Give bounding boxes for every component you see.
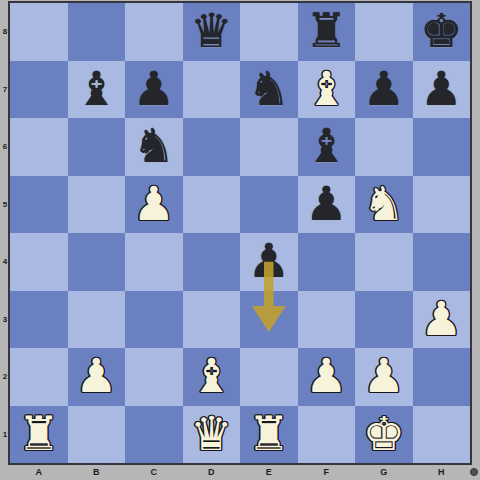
square-g6[interactable] — [355, 118, 413, 176]
square-b2[interactable]: ♟ — [68, 348, 126, 406]
square-g7[interactable]: ♟ — [355, 61, 413, 119]
square-h8[interactable]: ♚ — [413, 3, 471, 61]
piece-white-bishop[interactable]: ♝ — [305, 65, 347, 112]
piece-white-pawn[interactable]: ♟ — [420, 295, 462, 342]
square-d1[interactable]: ♛ — [183, 406, 241, 464]
square-c4[interactable] — [125, 233, 183, 291]
square-a1[interactable]: ♜ — [10, 406, 68, 464]
piece-white-pawn[interactable]: ♟ — [305, 352, 347, 399]
square-b4[interactable] — [68, 233, 126, 291]
square-h7[interactable]: ♟ — [413, 61, 471, 119]
piece-black-pawn[interactable]: ♟ — [363, 65, 405, 112]
chess-board: ♛♜♚♝♟♞♝♟♟♞♝♟♟♞♟♟♟♝♟♟♜♛♜♚ — [10, 3, 470, 463]
piece-black-pawn[interactable]: ♟ — [420, 65, 462, 112]
square-e8[interactable] — [240, 3, 298, 61]
square-e6[interactable] — [240, 118, 298, 176]
square-c1[interactable] — [125, 406, 183, 464]
square-c3[interactable] — [125, 291, 183, 349]
square-h2[interactable] — [413, 348, 471, 406]
square-f6[interactable]: ♝ — [298, 118, 356, 176]
square-d5[interactable] — [183, 176, 241, 234]
piece-black-pawn[interactable]: ♟ — [133, 65, 175, 112]
piece-black-bishop[interactable]: ♝ — [305, 122, 347, 169]
square-a5[interactable] — [10, 176, 68, 234]
rank-label-4: 4 — [0, 233, 10, 291]
square-b5[interactable] — [68, 176, 126, 234]
piece-black-pawn[interactable]: ♟ — [305, 180, 347, 227]
rank-labels: 87654321 — [0, 3, 10, 463]
file-label-a: A — [10, 463, 68, 480]
piece-black-bishop[interactable]: ♝ — [75, 65, 117, 112]
square-b8[interactable] — [68, 3, 126, 61]
rank-label-7: 7 — [0, 61, 10, 119]
piece-black-knight[interactable]: ♞ — [248, 65, 290, 112]
square-e3[interactable] — [240, 291, 298, 349]
square-e7[interactable]: ♞ — [240, 61, 298, 119]
piece-white-rook[interactable]: ♜ — [248, 410, 290, 457]
square-d4[interactable] — [183, 233, 241, 291]
square-g8[interactable] — [355, 3, 413, 61]
rank-label-2: 2 — [0, 348, 10, 406]
file-label-c: C — [125, 463, 183, 480]
piece-white-pawn[interactable]: ♟ — [75, 352, 117, 399]
square-h3[interactable]: ♟ — [413, 291, 471, 349]
square-d7[interactable] — [183, 61, 241, 119]
file-label-b: B — [68, 463, 126, 480]
square-a7[interactable] — [10, 61, 68, 119]
square-c2[interactable] — [125, 348, 183, 406]
piece-white-queen[interactable]: ♛ — [190, 410, 232, 457]
square-b3[interactable] — [68, 291, 126, 349]
square-f5[interactable]: ♟ — [298, 176, 356, 234]
piece-black-pawn[interactable]: ♟ — [248, 237, 290, 284]
piece-white-pawn[interactable]: ♟ — [363, 352, 405, 399]
square-g1[interactable]: ♚ — [355, 406, 413, 464]
file-labels: ABCDEFGH — [10, 463, 470, 480]
square-f2[interactable]: ♟ — [298, 348, 356, 406]
rank-label-1: 1 — [0, 406, 10, 464]
square-e4[interactable]: ♟ — [240, 233, 298, 291]
file-label-e: E — [240, 463, 298, 480]
square-h6[interactable] — [413, 118, 471, 176]
piece-white-bishop[interactable]: ♝ — [190, 352, 232, 399]
square-h4[interactable] — [413, 233, 471, 291]
app-logo-icon — [470, 468, 478, 476]
square-a6[interactable] — [10, 118, 68, 176]
piece-black-rook[interactable]: ♜ — [305, 7, 347, 54]
square-f1[interactable] — [298, 406, 356, 464]
square-a3[interactable] — [10, 291, 68, 349]
square-g4[interactable] — [355, 233, 413, 291]
square-a8[interactable] — [10, 3, 68, 61]
rank-label-8: 8 — [0, 3, 10, 61]
file-label-f: F — [298, 463, 356, 480]
square-e5[interactable] — [240, 176, 298, 234]
square-d6[interactable] — [183, 118, 241, 176]
piece-black-king[interactable]: ♚ — [420, 7, 462, 54]
square-h1[interactable] — [413, 406, 471, 464]
square-g3[interactable] — [355, 291, 413, 349]
square-f4[interactable] — [298, 233, 356, 291]
square-g5[interactable]: ♞ — [355, 176, 413, 234]
square-b6[interactable] — [68, 118, 126, 176]
square-d2[interactable]: ♝ — [183, 348, 241, 406]
file-label-g: G — [355, 463, 413, 480]
piece-white-king[interactable]: ♚ — [363, 410, 405, 457]
square-c6[interactable]: ♞ — [125, 118, 183, 176]
piece-white-rook[interactable]: ♜ — [18, 410, 60, 457]
square-f3[interactable] — [298, 291, 356, 349]
square-f7[interactable]: ♝ — [298, 61, 356, 119]
square-a2[interactable] — [10, 348, 68, 406]
rank-label-6: 6 — [0, 118, 10, 176]
square-e1[interactable]: ♜ — [240, 406, 298, 464]
square-h5[interactable] — [413, 176, 471, 234]
square-c8[interactable] — [125, 3, 183, 61]
file-label-h: H — [413, 463, 471, 480]
file-label-d: D — [183, 463, 241, 480]
square-c7[interactable]: ♟ — [125, 61, 183, 119]
square-e2[interactable] — [240, 348, 298, 406]
piece-white-pawn[interactable]: ♟ — [133, 180, 175, 227]
square-c5[interactable]: ♟ — [125, 176, 183, 234]
piece-black-queen[interactable]: ♛ — [190, 7, 232, 54]
rank-label-3: 3 — [0, 291, 10, 349]
square-g2[interactable]: ♟ — [355, 348, 413, 406]
board-frame: 87654321 ♛♜♚♝♟♞♝♟♟♞♝♟♟♞♟♟♟♝♟♟♜♛♜♚ ABCDEF… — [0, 0, 480, 480]
piece-black-knight[interactable]: ♞ — [133, 122, 175, 169]
square-f8[interactable]: ♜ — [298, 3, 356, 61]
square-a4[interactable] — [10, 233, 68, 291]
square-d3[interactable] — [183, 291, 241, 349]
piece-white-knight[interactable]: ♞ — [363, 180, 405, 227]
square-b7[interactable]: ♝ — [68, 61, 126, 119]
square-d8[interactable]: ♛ — [183, 3, 241, 61]
square-b1[interactable] — [68, 406, 126, 464]
rank-label-5: 5 — [0, 176, 10, 234]
